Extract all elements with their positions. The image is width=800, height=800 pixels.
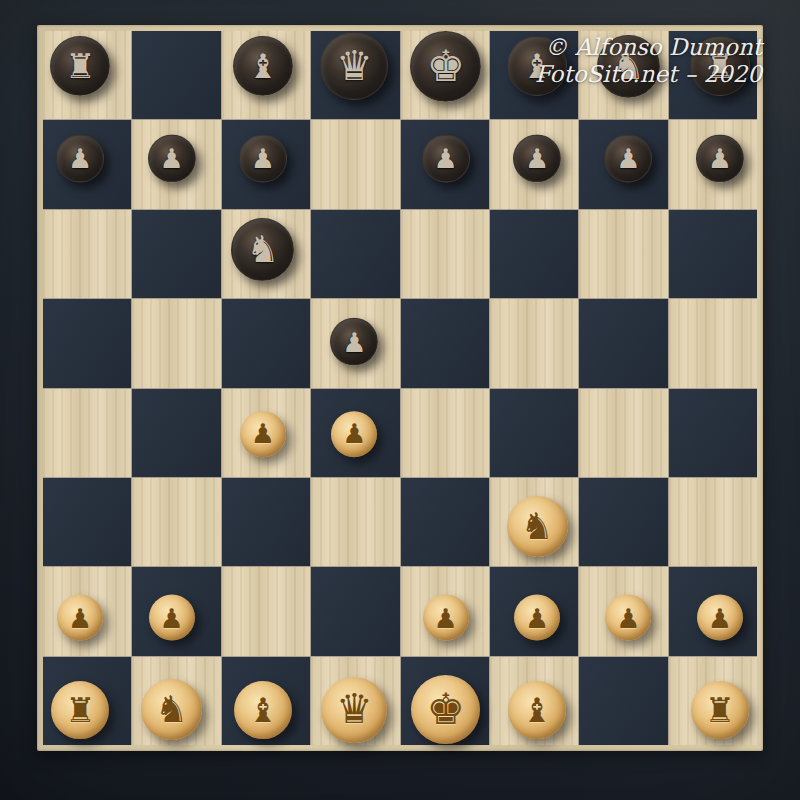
black-queen-glyph: ♛ xyxy=(336,46,373,87)
square-f1[interactable]: ♝ xyxy=(490,657,578,745)
square-d6[interactable] xyxy=(311,210,399,298)
piece-black-pawn-h7[interactable]: ♟ xyxy=(696,134,744,182)
piece-black-pawn-e7[interactable]: ♟ xyxy=(422,134,470,182)
black-pawn-glyph: ♟ xyxy=(525,145,549,172)
piece-white-rook-h1[interactable]: ♜ xyxy=(691,681,749,739)
black-pawn-glyph: ♟ xyxy=(708,145,732,172)
square-f7[interactable]: ♟ xyxy=(490,120,578,208)
square-a4[interactable] xyxy=(43,389,131,477)
square-g7[interactable]: ♟ xyxy=(579,120,667,208)
square-h1[interactable]: ♜ xyxy=(669,657,757,745)
piece-black-knight-g8[interactable]: ♞ xyxy=(597,35,660,98)
piece-white-pawn-h2[interactable]: ♟ xyxy=(697,595,743,641)
square-e2[interactable]: ♟ xyxy=(401,567,489,655)
square-b5[interactable] xyxy=(132,299,220,387)
piece-white-rook-a1[interactable]: ♜ xyxy=(51,681,109,739)
square-c2[interactable] xyxy=(222,567,310,655)
square-c1[interactable]: ♝ xyxy=(222,657,310,745)
square-f4[interactable] xyxy=(490,389,578,477)
square-e8[interactable]: ♚ xyxy=(401,31,489,119)
black-pawn-glyph: ♟ xyxy=(68,145,92,172)
white-bishop-glyph: ♝ xyxy=(522,693,552,727)
square-a6[interactable] xyxy=(43,210,131,298)
black-rook-glyph: ♜ xyxy=(705,49,735,83)
black-pawn-glyph: ♟ xyxy=(342,329,366,356)
square-h6[interactable] xyxy=(669,210,757,298)
piece-black-pawn-a7[interactable]: ♟ xyxy=(56,134,104,182)
white-rook-glyph: ♜ xyxy=(65,693,95,727)
white-pawn-glyph: ♟ xyxy=(616,604,640,631)
piece-black-bishop-f8[interactable]: ♝ xyxy=(507,36,567,96)
white-pawn-glyph: ♟ xyxy=(251,420,275,447)
white-pawn-glyph: ♟ xyxy=(434,604,458,631)
black-king-glyph: ♚ xyxy=(426,45,465,88)
piece-white-pawn-e2[interactable]: ♟ xyxy=(423,595,469,641)
square-c7[interactable]: ♟ xyxy=(222,120,310,208)
square-h3[interactable] xyxy=(669,478,757,566)
square-c5[interactable] xyxy=(222,299,310,387)
square-d1[interactable]: ♛ xyxy=(311,657,399,745)
piece-white-pawn-d4[interactable]: ♟ xyxy=(331,411,377,457)
white-knight-glyph: ♞ xyxy=(520,507,553,544)
piece-white-bishop-f1[interactable]: ♝ xyxy=(508,681,566,739)
piece-white-king-e1[interactable]: ♚ xyxy=(411,675,480,744)
square-g5[interactable] xyxy=(579,299,667,387)
piece-black-rook-a8[interactable]: ♜ xyxy=(50,36,110,96)
square-g6[interactable] xyxy=(579,210,667,298)
square-c4[interactable]: ♟ xyxy=(222,389,310,477)
white-pawn-glyph: ♟ xyxy=(159,604,183,631)
square-h8[interactable]: ♜ xyxy=(669,31,757,119)
black-rook-glyph: ♜ xyxy=(65,49,95,83)
black-bishop-glyph: ♝ xyxy=(522,49,552,83)
square-h4[interactable] xyxy=(669,389,757,477)
square-e4[interactable] xyxy=(401,389,489,477)
black-knight-glyph: ♞ xyxy=(246,232,279,269)
square-e6[interactable] xyxy=(401,210,489,298)
square-a3[interactable] xyxy=(43,478,131,566)
white-rook-glyph: ♜ xyxy=(705,693,735,727)
piece-white-pawn-c4[interactable]: ♟ xyxy=(240,411,286,457)
square-a7[interactable]: ♟ xyxy=(43,120,131,208)
piece-white-queen-d1[interactable]: ♛ xyxy=(321,677,387,743)
square-e5[interactable] xyxy=(401,299,489,387)
square-d2[interactable] xyxy=(311,567,399,655)
square-c6[interactable]: ♞ xyxy=(222,210,310,298)
square-c8[interactable]: ♝ xyxy=(222,31,310,119)
square-b2[interactable]: ♟ xyxy=(132,567,220,655)
square-f2[interactable]: ♟ xyxy=(490,567,578,655)
black-pawn-glyph: ♟ xyxy=(434,145,458,172)
square-h5[interactable] xyxy=(669,299,757,387)
square-a2[interactable]: ♟ xyxy=(43,567,131,655)
square-h2[interactable]: ♟ xyxy=(669,567,757,655)
black-bishop-glyph: ♝ xyxy=(248,49,278,83)
white-pawn-glyph: ♟ xyxy=(68,604,92,631)
white-pawn-glyph: ♟ xyxy=(342,420,366,447)
square-d4[interactable]: ♟ xyxy=(311,389,399,477)
square-g8[interactable]: ♞ xyxy=(579,31,667,119)
piece-white-pawn-g2[interactable]: ♟ xyxy=(605,595,651,641)
chessboard-photo: © Alfonso Dumont FotoSito.net – 2020 ♜♝♛… xyxy=(0,0,800,800)
square-f6[interactable] xyxy=(490,210,578,298)
square-g4[interactable] xyxy=(579,389,667,477)
white-knight-glyph: ♞ xyxy=(155,691,188,728)
white-bishop-glyph: ♝ xyxy=(248,693,278,727)
piece-white-bishop-c1[interactable]: ♝ xyxy=(234,681,292,739)
white-queen-glyph: ♛ xyxy=(336,689,373,730)
piece-black-pawn-g7[interactable]: ♟ xyxy=(604,134,652,182)
board: ♜♝♛♚♝♞♜♟♟♟♟♟♟♟♞♟♟♟♞♟♟♟♟♟♟♜♞♝♛♚♝♜ xyxy=(43,31,757,745)
square-e3[interactable] xyxy=(401,478,489,566)
square-d5[interactable]: ♟ xyxy=(311,299,399,387)
piece-white-pawn-a2[interactable]: ♟ xyxy=(57,595,103,641)
square-b8[interactable] xyxy=(132,31,220,119)
square-g3[interactable] xyxy=(579,478,667,566)
piece-black-pawn-b7[interactable]: ♟ xyxy=(148,134,196,182)
black-pawn-glyph: ♟ xyxy=(159,145,183,172)
square-f8[interactable]: ♝ xyxy=(490,31,578,119)
square-c3[interactable] xyxy=(222,478,310,566)
square-b1[interactable]: ♞ xyxy=(132,657,220,745)
square-a8[interactable]: ♜ xyxy=(43,31,131,119)
square-f5[interactable] xyxy=(490,299,578,387)
square-a1[interactable]: ♜ xyxy=(43,657,131,745)
piece-black-pawn-c7[interactable]: ♟ xyxy=(239,134,287,182)
square-b6[interactable] xyxy=(132,210,220,298)
white-pawn-glyph: ♟ xyxy=(525,604,549,631)
piece-black-king-e8[interactable]: ♚ xyxy=(410,31,481,102)
piece-white-pawn-f2[interactable]: ♟ xyxy=(514,595,560,641)
white-pawn-glyph: ♟ xyxy=(708,604,732,631)
piece-black-rook-h8[interactable]: ♜ xyxy=(690,36,750,96)
piece-black-bishop-c8[interactable]: ♝ xyxy=(233,36,293,96)
piece-white-pawn-b2[interactable]: ♟ xyxy=(149,595,195,641)
square-e1[interactable]: ♚ xyxy=(401,657,489,745)
square-a5[interactable] xyxy=(43,299,131,387)
black-pawn-glyph: ♟ xyxy=(616,145,640,172)
piece-white-knight-b1[interactable]: ♞ xyxy=(141,679,202,740)
piece-white-knight-f3[interactable]: ♞ xyxy=(507,495,568,556)
black-knight-glyph: ♞ xyxy=(612,48,645,85)
black-pawn-glyph: ♟ xyxy=(251,145,275,172)
white-king-glyph: ♚ xyxy=(426,688,465,731)
square-d7[interactable] xyxy=(311,120,399,208)
square-b7[interactable]: ♟ xyxy=(132,120,220,208)
square-e7[interactable]: ♟ xyxy=(401,120,489,208)
square-g2[interactable]: ♟ xyxy=(579,567,667,655)
board-frame: ♜♝♛♚♝♞♜♟♟♟♟♟♟♟♞♟♟♟♞♟♟♟♟♟♟♜♞♝♛♚♝♜ xyxy=(37,25,763,751)
square-d3[interactable] xyxy=(311,478,399,566)
square-b3[interactable] xyxy=(132,478,220,566)
square-f3[interactable]: ♞ xyxy=(490,478,578,566)
square-b4[interactable] xyxy=(132,389,220,477)
piece-black-pawn-f7[interactable]: ♟ xyxy=(513,134,561,182)
square-h7[interactable]: ♟ xyxy=(669,120,757,208)
piece-black-pawn-d5[interactable]: ♟ xyxy=(330,318,378,366)
square-d8[interactable]: ♛ xyxy=(311,31,399,119)
square-g1[interactable] xyxy=(579,657,667,745)
piece-black-queen-d8[interactable]: ♛ xyxy=(320,32,388,100)
piece-black-knight-c6[interactable]: ♞ xyxy=(231,219,294,282)
